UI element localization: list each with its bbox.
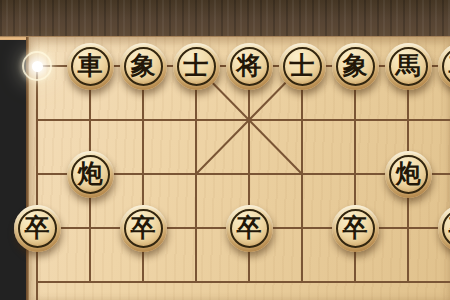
piece-character: 馬	[396, 53, 421, 78]
piece-black-horse[interactable]: 馬	[385, 43, 432, 90]
piece-black-soldier[interactable]: 卒	[226, 205, 273, 252]
piece-character: 卒	[343, 215, 368, 240]
piece-character: 炮	[396, 161, 421, 186]
piece-black-cannon[interactable]: 炮	[385, 151, 432, 198]
piece-black-general[interactable]: 将	[226, 43, 273, 90]
last-move-origin-marker	[22, 51, 52, 81]
piece-black-chariot[interactable]: 車	[67, 43, 114, 90]
piece-character: 象	[131, 53, 156, 78]
piece-black-elephant[interactable]: 象	[332, 43, 379, 90]
piece-black-soldier[interactable]: 卒	[14, 205, 61, 252]
piece-character: 卒	[237, 215, 262, 240]
piece-character: 車	[78, 53, 103, 78]
piece-character: 士	[184, 53, 209, 78]
piece-black-soldier[interactable]: 卒	[332, 205, 379, 252]
piece-black-cannon[interactable]: 炮	[67, 151, 114, 198]
piece-black-advisor[interactable]: 士	[279, 43, 326, 90]
board-grid-lines	[0, 0, 450, 300]
piece-character: 象	[343, 53, 368, 78]
xiangqi-game-scene: 車象士将士象馬車炮炮卒卒卒卒卒	[0, 0, 450, 300]
piece-character: 卒	[25, 215, 50, 240]
piece-character: 炮	[78, 161, 103, 186]
piece-character: 将	[237, 53, 262, 78]
piece-black-advisor[interactable]: 士	[173, 43, 220, 90]
piece-character: 士	[290, 53, 315, 78]
piece-character: 卒	[131, 215, 156, 240]
piece-black-elephant[interactable]: 象	[120, 43, 167, 90]
piece-black-soldier[interactable]: 卒	[120, 205, 167, 252]
